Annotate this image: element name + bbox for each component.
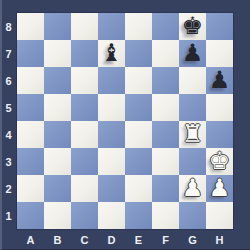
file-label-f: F	[152, 229, 179, 250]
square-f6[interactable]	[152, 67, 179, 94]
square-c5[interactable]	[71, 94, 98, 121]
white-pawn[interactable]: ♟	[209, 175, 231, 202]
rank-label-7: 7	[0, 40, 17, 67]
rank-label-3: 3	[0, 148, 17, 175]
square-e5[interactable]	[125, 94, 152, 121]
rank-labels: 87654321	[0, 13, 17, 229]
square-a5[interactable]	[17, 94, 44, 121]
square-h6[interactable]: ♟	[206, 67, 233, 94]
square-g1[interactable]	[179, 202, 206, 229]
square-b2[interactable]	[44, 175, 71, 202]
square-e1[interactable]	[125, 202, 152, 229]
square-a2[interactable]	[17, 175, 44, 202]
square-f1[interactable]	[152, 202, 179, 229]
square-b3[interactable]	[44, 148, 71, 175]
square-g3[interactable]	[179, 148, 206, 175]
white-pawn[interactable]: ♟	[182, 175, 204, 202]
black-king[interactable]: ♚	[182, 13, 204, 40]
rank-label-1: 1	[0, 202, 17, 229]
square-g4[interactable]: ♜	[179, 121, 206, 148]
square-e4[interactable]	[125, 121, 152, 148]
square-c3[interactable]	[71, 148, 98, 175]
square-d6[interactable]	[98, 67, 125, 94]
square-b1[interactable]	[44, 202, 71, 229]
square-e6[interactable]	[125, 67, 152, 94]
black-pawn[interactable]: ♟	[209, 67, 231, 94]
rank-label-5: 5	[0, 94, 17, 121]
square-c7[interactable]	[71, 40, 98, 67]
square-g8[interactable]: ♚	[179, 13, 206, 40]
square-b6[interactable]	[44, 67, 71, 94]
square-b5[interactable]	[44, 94, 71, 121]
square-f8[interactable]	[152, 13, 179, 40]
rank-label-6: 6	[0, 67, 17, 94]
square-a7[interactable]	[17, 40, 44, 67]
square-h1[interactable]	[206, 202, 233, 229]
rank-label-8: 8	[0, 13, 17, 40]
square-h5[interactable]	[206, 94, 233, 121]
black-pawn[interactable]: ♟	[182, 40, 204, 67]
square-g2[interactable]: ♟	[179, 175, 206, 202]
square-d3[interactable]	[98, 148, 125, 175]
square-e8[interactable]	[125, 13, 152, 40]
square-h2[interactable]: ♟	[206, 175, 233, 202]
square-d4[interactable]	[98, 121, 125, 148]
square-d8[interactable]	[98, 13, 125, 40]
square-a6[interactable]	[17, 67, 44, 94]
square-a8[interactable]	[17, 13, 44, 40]
square-d1[interactable]	[98, 202, 125, 229]
square-h8[interactable]	[206, 13, 233, 40]
square-b7[interactable]	[44, 40, 71, 67]
square-e7[interactable]	[125, 40, 152, 67]
square-c6[interactable]	[71, 67, 98, 94]
square-h3[interactable]: ♚	[206, 148, 233, 175]
chess-board-widget: 87654321 ♚♝♟♟♜♚♟♟ ABCDEFGH	[0, 0, 250, 250]
square-e3[interactable]	[125, 148, 152, 175]
square-c4[interactable]	[71, 121, 98, 148]
square-d2[interactable]	[98, 175, 125, 202]
white-rook[interactable]: ♜	[182, 121, 204, 148]
file-labels: ABCDEFGH	[17, 229, 233, 250]
square-f7[interactable]	[152, 40, 179, 67]
file-label-c: C	[71, 229, 98, 250]
square-g5[interactable]	[179, 94, 206, 121]
file-label-a: A	[17, 229, 44, 250]
square-h7[interactable]	[206, 40, 233, 67]
square-g7[interactable]: ♟	[179, 40, 206, 67]
square-a1[interactable]	[17, 202, 44, 229]
square-f4[interactable]	[152, 121, 179, 148]
square-b8[interactable]	[44, 13, 71, 40]
rank-label-2: 2	[0, 175, 17, 202]
black-bishop[interactable]: ♝	[101, 40, 123, 67]
square-f2[interactable]	[152, 175, 179, 202]
square-a4[interactable]	[17, 121, 44, 148]
square-c1[interactable]	[71, 202, 98, 229]
square-e2[interactable]	[125, 175, 152, 202]
square-f3[interactable]	[152, 148, 179, 175]
square-g6[interactable]	[179, 67, 206, 94]
file-label-b: B	[44, 229, 71, 250]
square-c8[interactable]	[71, 13, 98, 40]
board: ♚♝♟♟♜♚♟♟	[17, 13, 233, 229]
file-label-e: E	[125, 229, 152, 250]
file-label-h: H	[206, 229, 233, 250]
square-c2[interactable]	[71, 175, 98, 202]
file-label-d: D	[98, 229, 125, 250]
square-b4[interactable]	[44, 121, 71, 148]
square-d7[interactable]: ♝	[98, 40, 125, 67]
file-label-g: G	[179, 229, 206, 250]
square-a3[interactable]	[17, 148, 44, 175]
square-d5[interactable]	[98, 94, 125, 121]
white-king[interactable]: ♚	[209, 148, 231, 175]
square-h4[interactable]	[206, 121, 233, 148]
rank-label-4: 4	[0, 121, 17, 148]
square-f5[interactable]	[152, 94, 179, 121]
